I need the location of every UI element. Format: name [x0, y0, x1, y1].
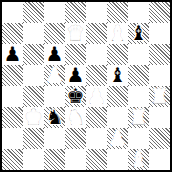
square-a1[interactable]	[2, 149, 23, 170]
square-d2[interactable]	[65, 128, 86, 149]
square-c5[interactable]: ♟	[44, 65, 65, 86]
square-h2[interactable]	[149, 128, 170, 149]
piece-white-bishop-g1: ♝	[130, 149, 148, 170]
square-c2[interactable]	[44, 128, 65, 149]
square-b6[interactable]	[23, 44, 44, 65]
square-b1[interactable]	[23, 149, 44, 170]
square-h4[interactable]: ♜	[149, 86, 170, 107]
piece-white-bishop-f7: ♝	[109, 23, 127, 44]
piece-black-bishop-g7: ♝	[130, 23, 148, 44]
piece-black-pawn-a6: ♟	[4, 44, 22, 65]
square-f7[interactable]: ♝	[107, 23, 128, 44]
square-e7[interactable]	[86, 23, 107, 44]
square-b8[interactable]	[23, 2, 44, 23]
piece-white-rook-h4: ♜	[151, 86, 169, 107]
square-a2[interactable]	[2, 128, 23, 149]
square-g5[interactable]	[128, 65, 149, 86]
piece-black-knight-c3: ♞	[46, 107, 64, 128]
square-e4[interactable]: ♟	[86, 86, 107, 107]
square-h6[interactable]	[149, 44, 170, 65]
square-e6[interactable]	[86, 44, 107, 65]
square-g3[interactable]: ♜	[128, 107, 149, 128]
square-a5[interactable]	[2, 65, 23, 86]
piece-white-pawn-f2: ♟	[109, 128, 127, 149]
piece-white-queen-d7: ♛	[67, 23, 85, 44]
square-a3[interactable]	[2, 107, 23, 128]
square-b7[interactable]	[23, 23, 44, 44]
square-e2[interactable]	[86, 128, 107, 149]
square-b2[interactable]	[23, 128, 44, 149]
square-h1[interactable]	[149, 149, 170, 170]
square-d1[interactable]	[65, 149, 86, 170]
square-h7[interactable]	[149, 23, 170, 44]
square-f1[interactable]	[107, 149, 128, 170]
piece-white-king-b3: ♚	[25, 107, 43, 128]
piece-black-pawn-d5: ♟	[67, 65, 85, 86]
square-b5[interactable]	[23, 65, 44, 86]
square-f5[interactable]: ♝	[107, 65, 128, 86]
square-e8[interactable]	[86, 2, 107, 23]
square-h3[interactable]	[149, 107, 170, 128]
square-c1[interactable]	[44, 149, 65, 170]
square-a4[interactable]	[2, 86, 23, 107]
square-c8[interactable]	[44, 2, 65, 23]
square-g1[interactable]: ♝	[128, 149, 149, 170]
square-e3[interactable]	[86, 107, 107, 128]
square-d3[interactable]: ♞	[65, 107, 86, 128]
piece-white-knight-d3: ♞	[67, 107, 85, 128]
square-c3[interactable]: ♞	[44, 107, 65, 128]
piece-white-pawn-c5: ♟	[46, 65, 64, 86]
square-f2[interactable]: ♟	[107, 128, 128, 149]
square-g7[interactable]: ♝	[128, 23, 149, 44]
piece-black-pawn-c6: ♟	[46, 44, 64, 65]
square-h8[interactable]	[149, 2, 170, 23]
square-d7[interactable]: ♛	[65, 23, 86, 44]
piece-black-king-d4: ♚	[67, 86, 85, 107]
square-a8[interactable]	[2, 2, 23, 23]
square-g6[interactable]	[128, 44, 149, 65]
piece-white-pawn-e4: ♟	[88, 86, 106, 107]
square-e1[interactable]	[86, 149, 107, 170]
square-b3[interactable]: ♚	[23, 107, 44, 128]
piece-white-rook-g3: ♜	[130, 107, 148, 128]
chess-board: ♛♝♝♟♟♟♟♝♚♟♜♚♞♞♜♟♝	[0, 0, 172, 172]
square-f4[interactable]	[107, 86, 128, 107]
square-a6[interactable]: ♟	[2, 44, 23, 65]
piece-black-bishop-f5: ♝	[109, 65, 127, 86]
